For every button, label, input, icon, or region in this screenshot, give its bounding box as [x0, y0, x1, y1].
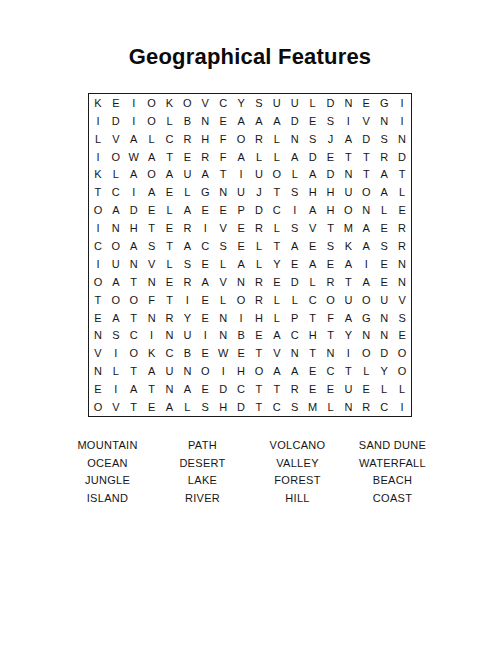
grid-cell[interactable]: N	[339, 166, 357, 184]
grid-cell[interactable]: A	[196, 166, 214, 184]
grid-cell[interactable]: T	[322, 327, 340, 345]
grid-cell[interactable]: L	[375, 201, 393, 219]
grid-cell[interactable]: E	[304, 362, 322, 380]
grid-cell[interactable]: U	[178, 327, 196, 345]
grid-cell[interactable]: O	[89, 398, 107, 416]
grid-cell[interactable]: A	[125, 380, 143, 398]
grid-cell[interactable]: D	[107, 112, 125, 130]
grid-cell[interactable]: E	[89, 309, 107, 327]
grid-cell[interactable]: O	[89, 273, 107, 291]
grid-cell[interactable]: V	[143, 255, 161, 273]
grid-cell[interactable]: O	[107, 237, 125, 255]
grid-cell[interactable]: U	[107, 255, 125, 273]
grid-cell[interactable]: O	[232, 130, 250, 148]
grid-cell[interactable]: R	[322, 273, 340, 291]
grid-cell[interactable]: Y	[339, 327, 357, 345]
grid-cell[interactable]: A	[357, 219, 375, 237]
grid-cell[interactable]: F	[214, 130, 232, 148]
grid-cell[interactable]: U	[339, 291, 357, 309]
grid-cell[interactable]: A	[143, 148, 161, 166]
grid-cell[interactable]: G	[375, 94, 393, 112]
grid-cell[interactable]: G	[357, 309, 375, 327]
grid-cell[interactable]: L	[214, 291, 232, 309]
grid-cell[interactable]: A	[375, 183, 393, 201]
grid-cell[interactable]: N	[214, 183, 232, 201]
grid-cell[interactable]: L	[107, 362, 125, 380]
grid-cell[interactable]: A	[125, 237, 143, 255]
grid-cell[interactable]: O	[268, 166, 286, 184]
grid-cell[interactable]: A	[143, 183, 161, 201]
grid-cell[interactable]: T	[304, 309, 322, 327]
grid-cell[interactable]: O	[322, 291, 340, 309]
grid-cell[interactable]: H	[125, 219, 143, 237]
grid-cell[interactable]: C	[107, 183, 125, 201]
grid-cell[interactable]: S	[322, 112, 340, 130]
grid-cell[interactable]: R	[161, 309, 179, 327]
grid-cell[interactable]: O	[393, 362, 411, 380]
grid-cell[interactable]: E	[393, 201, 411, 219]
grid-cell[interactable]: S	[196, 398, 214, 416]
grid-cell[interactable]: S	[143, 237, 161, 255]
grid-cell[interactable]: A	[232, 148, 250, 166]
grid-cell[interactable]: R	[196, 148, 214, 166]
grid-cell[interactable]: N	[107, 219, 125, 237]
grid-cell[interactable]: I	[178, 291, 196, 309]
grid-cell[interactable]: T	[143, 380, 161, 398]
grid-cell[interactable]: N	[339, 398, 357, 416]
grid-cell[interactable]: R	[178, 273, 196, 291]
grid-cell[interactable]: D	[214, 380, 232, 398]
grid-cell[interactable]: S	[375, 130, 393, 148]
grid-cell[interactable]: L	[304, 273, 322, 291]
grid-cell[interactable]: D	[232, 398, 250, 416]
grid-cell[interactable]: L	[286, 166, 304, 184]
grid-cell[interactable]: R	[375, 148, 393, 166]
grid-cell[interactable]: L	[286, 291, 304, 309]
grid-cell[interactable]: W	[125, 148, 143, 166]
grid-cell[interactable]: I	[232, 309, 250, 327]
grid-cell[interactable]: W	[214, 344, 232, 362]
grid-cell[interactable]: O	[143, 166, 161, 184]
grid-cell[interactable]: L	[268, 148, 286, 166]
grid-cell[interactable]: D	[375, 344, 393, 362]
grid-cell[interactable]: U	[178, 166, 196, 184]
grid-cell[interactable]: N	[375, 112, 393, 130]
grid-cell[interactable]: T	[339, 362, 357, 380]
grid-cell[interactable]: A	[339, 130, 357, 148]
grid-cell[interactable]: A	[143, 362, 161, 380]
grid-cell[interactable]: R	[178, 130, 196, 148]
grid-cell[interactable]: L	[143, 130, 161, 148]
grid-cell[interactable]: A	[304, 201, 322, 219]
grid-cell[interactable]: T	[339, 273, 357, 291]
grid-cell[interactable]: I	[196, 219, 214, 237]
grid-cell[interactable]: N	[393, 255, 411, 273]
grid-cell[interactable]: A	[125, 166, 143, 184]
grid-cell[interactable]: C	[89, 237, 107, 255]
grid-cell[interactable]: E	[357, 94, 375, 112]
grid-cell[interactable]: R	[250, 273, 268, 291]
grid-cell[interactable]: R	[250, 130, 268, 148]
grid-cell[interactable]: A	[178, 380, 196, 398]
grid-cell[interactable]: C	[286, 327, 304, 345]
grid-cell[interactable]: R	[393, 219, 411, 237]
grid-cell[interactable]: O	[357, 291, 375, 309]
grid-cell[interactable]: P	[286, 309, 304, 327]
grid-cell[interactable]: E	[161, 273, 179, 291]
grid-cell[interactable]: A	[286, 148, 304, 166]
grid-cell[interactable]: O	[107, 148, 125, 166]
grid-cell[interactable]: E	[196, 291, 214, 309]
grid-cell[interactable]: V	[107, 398, 125, 416]
grid-cell[interactable]: R	[250, 291, 268, 309]
grid-cell[interactable]: I	[89, 112, 107, 130]
grid-cell[interactable]: P	[232, 201, 250, 219]
grid-cell[interactable]: T	[161, 237, 179, 255]
grid-cell[interactable]: I	[89, 219, 107, 237]
grid-cell[interactable]: C	[304, 291, 322, 309]
grid-cell[interactable]: N	[161, 327, 179, 345]
grid-cell[interactable]: T	[393, 166, 411, 184]
grid-cell[interactable]: A	[232, 112, 250, 130]
grid-cell[interactable]: L	[250, 148, 268, 166]
grid-cell[interactable]: E	[196, 380, 214, 398]
grid-cell[interactable]: D	[286, 273, 304, 291]
grid-cell[interactable]: M	[304, 398, 322, 416]
grid-cell[interactable]: E	[304, 112, 322, 130]
grid-cell[interactable]: E	[232, 344, 250, 362]
grid-cell[interactable]: R	[357, 398, 375, 416]
grid-cell[interactable]: O	[393, 344, 411, 362]
grid-cell[interactable]: O	[357, 344, 375, 362]
grid-cell[interactable]: A	[161, 166, 179, 184]
grid-cell[interactable]: H	[214, 398, 232, 416]
grid-cell[interactable]: A	[339, 255, 357, 273]
grid-cell[interactable]: N	[125, 255, 143, 273]
grid-cell[interactable]: L	[214, 255, 232, 273]
grid-cell[interactable]: E	[143, 201, 161, 219]
grid-cell[interactable]: D	[357, 130, 375, 148]
grid-cell[interactable]: I	[214, 362, 232, 380]
grid-cell[interactable]: I	[339, 344, 357, 362]
grid-cell[interactable]: R	[250, 219, 268, 237]
grid-cell[interactable]: H	[232, 362, 250, 380]
grid-cell[interactable]: O	[232, 291, 250, 309]
grid-cell[interactable]: O	[107, 291, 125, 309]
grid-cell[interactable]: J	[322, 130, 340, 148]
grid-cell[interactable]: F	[214, 148, 232, 166]
grid-cell[interactable]: T	[250, 344, 268, 362]
grid-cell[interactable]: L	[107, 166, 125, 184]
grid-cell[interactable]: E	[196, 255, 214, 273]
grid-cell[interactable]: D	[393, 148, 411, 166]
grid-cell[interactable]: O	[178, 94, 196, 112]
grid-cell[interactable]: V	[393, 291, 411, 309]
grid-cell[interactable]: U	[339, 380, 357, 398]
grid-cell[interactable]: V	[304, 219, 322, 237]
grid-cell[interactable]: L	[178, 183, 196, 201]
grid-cell[interactable]: L	[268, 291, 286, 309]
grid-cell[interactable]: E	[214, 112, 232, 130]
grid-cell[interactable]: L	[161, 112, 179, 130]
grid-cell[interactable]: E	[357, 380, 375, 398]
grid-cell[interactable]: U	[268, 94, 286, 112]
grid-cell[interactable]: O	[250, 362, 268, 380]
grid-cell[interactable]: N	[214, 327, 232, 345]
grid-cell[interactable]: S	[286, 219, 304, 237]
grid-cell[interactable]: U	[339, 183, 357, 201]
grid-cell[interactable]: C	[375, 398, 393, 416]
grid-cell[interactable]: N	[143, 273, 161, 291]
grid-cell[interactable]: C	[161, 344, 179, 362]
grid-cell[interactable]: V	[196, 94, 214, 112]
grid-cell[interactable]: T	[250, 380, 268, 398]
grid-cell[interactable]: C	[125, 327, 143, 345]
grid-cell[interactable]: T	[125, 309, 143, 327]
grid-cell[interactable]: R	[286, 380, 304, 398]
grid-cell[interactable]: L	[89, 130, 107, 148]
grid-cell[interactable]: V	[357, 112, 375, 130]
grid-cell[interactable]: T	[268, 183, 286, 201]
grid-cell[interactable]: T	[161, 148, 179, 166]
grid-cell[interactable]: L	[268, 130, 286, 148]
grid-cell[interactable]: B	[178, 112, 196, 130]
grid-cell[interactable]: A	[268, 327, 286, 345]
grid-cell[interactable]: Y	[268, 255, 286, 273]
grid-cell[interactable]: S	[393, 309, 411, 327]
grid-cell[interactable]: E	[322, 255, 340, 273]
grid-cell[interactable]: L	[161, 255, 179, 273]
grid-cell[interactable]: I	[89, 255, 107, 273]
grid-cell[interactable]: A	[286, 237, 304, 255]
grid-cell[interactable]: E	[250, 327, 268, 345]
grid-cell[interactable]: C	[268, 398, 286, 416]
grid-cell[interactable]: A	[268, 112, 286, 130]
grid-cell[interactable]: N	[89, 362, 107, 380]
grid-cell[interactable]: T	[357, 148, 375, 166]
grid-cell[interactable]: C	[161, 130, 179, 148]
grid-cell[interactable]: S	[250, 94, 268, 112]
grid-cell[interactable]: N	[375, 309, 393, 327]
grid-cell[interactable]: D	[250, 201, 268, 219]
grid-cell[interactable]: E	[322, 380, 340, 398]
grid-cell[interactable]: L	[161, 201, 179, 219]
grid-cell[interactable]: E	[232, 237, 250, 255]
grid-cell[interactable]: A	[304, 255, 322, 273]
grid-cell[interactable]: N	[161, 380, 179, 398]
grid-cell[interactable]: H	[322, 201, 340, 219]
grid-cell[interactable]: I	[393, 94, 411, 112]
grid-cell[interactable]: E	[286, 255, 304, 273]
grid-cell[interactable]: L	[304, 94, 322, 112]
grid-cell[interactable]: T	[268, 380, 286, 398]
grid-cell[interactable]: E	[375, 273, 393, 291]
grid-cell[interactable]: S	[214, 237, 232, 255]
grid-cell[interactable]: I	[286, 201, 304, 219]
grid-cell[interactable]: H	[196, 130, 214, 148]
grid-cell[interactable]: V	[214, 273, 232, 291]
grid-cell[interactable]: L	[268, 219, 286, 237]
grid-cell[interactable]: I	[107, 380, 125, 398]
grid-cell[interactable]: L	[357, 362, 375, 380]
grid-cell[interactable]: I	[125, 183, 143, 201]
grid-cell[interactable]: C	[214, 94, 232, 112]
grid-cell[interactable]: A	[232, 255, 250, 273]
grid-cell[interactable]: I	[339, 112, 357, 130]
grid-cell[interactable]: F	[143, 291, 161, 309]
grid-cell[interactable]: Y	[375, 362, 393, 380]
grid-cell[interactable]: R	[393, 237, 411, 255]
grid-cell[interactable]: E	[143, 398, 161, 416]
grid-cell[interactable]: E	[161, 183, 179, 201]
grid-cell[interactable]: N	[286, 344, 304, 362]
grid-cell[interactable]: A	[357, 273, 375, 291]
grid-cell[interactable]: I	[125, 94, 143, 112]
grid-cell[interactable]: O	[196, 362, 214, 380]
grid-cell[interactable]: V	[268, 344, 286, 362]
grid-cell[interactable]: O	[125, 291, 143, 309]
grid-cell[interactable]: A	[357, 237, 375, 255]
grid-cell[interactable]: E	[304, 237, 322, 255]
grid-cell[interactable]: K	[339, 237, 357, 255]
grid-cell[interactable]: C	[232, 380, 250, 398]
grid-cell[interactable]: N	[143, 309, 161, 327]
grid-cell[interactable]: S	[322, 237, 340, 255]
grid-cell[interactable]: B	[232, 327, 250, 345]
grid-cell[interactable]: C	[268, 201, 286, 219]
grid-cell[interactable]: H	[304, 183, 322, 201]
grid-cell[interactable]: I	[232, 166, 250, 184]
grid-cell[interactable]: N	[89, 327, 107, 345]
grid-cell[interactable]: D	[322, 166, 340, 184]
grid-cell[interactable]: T	[161, 291, 179, 309]
grid-cell[interactable]: S	[375, 237, 393, 255]
grid-cell[interactable]: K	[89, 166, 107, 184]
grid-cell[interactable]: A	[250, 112, 268, 130]
grid-cell[interactable]: E	[375, 255, 393, 273]
grid-cell[interactable]: A	[125, 130, 143, 148]
grid-cell[interactable]: O	[125, 344, 143, 362]
grid-cell[interactable]: E	[393, 327, 411, 345]
grid-cell[interactable]: V	[107, 130, 125, 148]
grid-cell[interactable]: F	[322, 309, 340, 327]
grid-cell[interactable]: T	[250, 398, 268, 416]
grid-cell[interactable]: U	[232, 183, 250, 201]
grid-cell[interactable]: H	[304, 327, 322, 345]
grid-cell[interactable]: U	[286, 94, 304, 112]
grid-cell[interactable]: Y	[178, 309, 196, 327]
grid-cell[interactable]: E	[304, 380, 322, 398]
grid-cell[interactable]: T	[357, 166, 375, 184]
grid-cell[interactable]: D	[286, 112, 304, 130]
grid-cell[interactable]: V	[89, 344, 107, 362]
grid-cell[interactable]: I	[393, 112, 411, 130]
grid-cell[interactable]: T	[125, 398, 143, 416]
grid-cell[interactable]: L	[393, 183, 411, 201]
grid-cell[interactable]: A	[196, 273, 214, 291]
grid-cell[interactable]: I	[357, 255, 375, 273]
grid-cell[interactable]: N	[357, 327, 375, 345]
grid-cell[interactable]: N	[232, 273, 250, 291]
grid-cell[interactable]: O	[143, 94, 161, 112]
grid-cell[interactable]: G	[196, 183, 214, 201]
grid-cell[interactable]: L	[375, 380, 393, 398]
grid-cell[interactable]: A	[107, 309, 125, 327]
grid-cell[interactable]: L	[322, 398, 340, 416]
grid-cell[interactable]: D	[322, 94, 340, 112]
grid-cell[interactable]: B	[178, 344, 196, 362]
grid-cell[interactable]: E	[89, 380, 107, 398]
grid-cell[interactable]: E	[214, 201, 232, 219]
grid-cell[interactable]: I	[107, 344, 125, 362]
grid-cell[interactable]: S	[107, 327, 125, 345]
grid-cell[interactable]: Y	[232, 94, 250, 112]
grid-cell[interactable]: N	[393, 273, 411, 291]
grid-cell[interactable]: T	[143, 219, 161, 237]
grid-cell[interactable]: A	[339, 309, 357, 327]
grid-cell[interactable]: N	[393, 130, 411, 148]
grid-cell[interactable]: R	[178, 219, 196, 237]
grid-cell[interactable]: E	[232, 219, 250, 237]
grid-cell[interactable]: A	[107, 273, 125, 291]
grid-cell[interactable]: U	[375, 291, 393, 309]
grid-cell[interactable]: L	[178, 398, 196, 416]
grid-cell[interactable]: A	[268, 362, 286, 380]
grid-cell[interactable]: S	[178, 255, 196, 273]
grid-cell[interactable]: J	[250, 183, 268, 201]
grid-cell[interactable]: N	[339, 94, 357, 112]
grid-cell[interactable]: N	[322, 344, 340, 362]
grid-cell[interactable]: A	[375, 166, 393, 184]
grid-cell[interactable]: L	[393, 380, 411, 398]
grid-cell[interactable]: S	[286, 183, 304, 201]
grid-cell[interactable]: E	[178, 148, 196, 166]
grid-cell[interactable]: T	[89, 291, 107, 309]
grid-cell[interactable]: K	[89, 94, 107, 112]
grid-cell[interactable]: A	[178, 237, 196, 255]
grid-cell[interactable]: I	[143, 327, 161, 345]
grid-cell[interactable]: T	[339, 148, 357, 166]
grid-cell[interactable]: T	[125, 273, 143, 291]
grid-cell[interactable]: I	[196, 327, 214, 345]
grid-cell[interactable]: I	[393, 398, 411, 416]
grid-cell[interactable]: T	[268, 237, 286, 255]
grid-cell[interactable]: E	[196, 201, 214, 219]
grid-cell[interactable]: T	[214, 166, 232, 184]
grid-cell[interactable]: N	[196, 112, 214, 130]
grid-cell[interactable]: A	[161, 398, 179, 416]
grid-cell[interactable]: E	[322, 148, 340, 166]
grid-cell[interactable]: N	[178, 362, 196, 380]
grid-cell[interactable]: L	[268, 309, 286, 327]
grid-cell[interactable]: N	[286, 130, 304, 148]
grid-cell[interactable]: O	[339, 201, 357, 219]
grid-cell[interactable]: S	[304, 130, 322, 148]
grid-cell[interactable]: A	[178, 201, 196, 219]
grid-cell[interactable]: U	[161, 362, 179, 380]
grid-cell[interactable]: L	[250, 255, 268, 273]
grid-cell[interactable]: D	[304, 148, 322, 166]
grid-cell[interactable]: H	[250, 309, 268, 327]
grid-cell[interactable]: I	[125, 112, 143, 130]
grid-cell[interactable]: H	[322, 183, 340, 201]
grid-cell[interactable]: N	[357, 201, 375, 219]
grid-cell[interactable]: E	[268, 273, 286, 291]
grid-cell[interactable]: A	[107, 201, 125, 219]
grid-cell[interactable]: S	[286, 398, 304, 416]
grid-cell[interactable]: L	[250, 237, 268, 255]
grid-cell[interactable]: O	[357, 183, 375, 201]
